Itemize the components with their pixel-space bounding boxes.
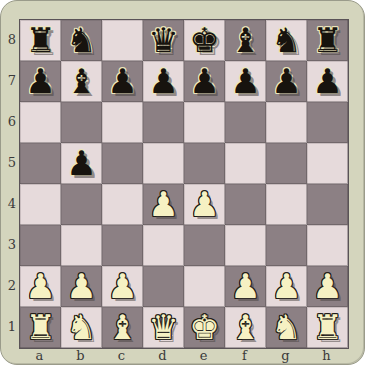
piece-white-king: ♚ <box>189 307 219 348</box>
piece-black-king: ♚ <box>189 20 219 61</box>
square-f8[interactable]: ♝ <box>225 20 266 61</box>
square-b7[interactable]: ♝ <box>61 61 102 102</box>
square-f3[interactable] <box>225 225 266 266</box>
rank-label: 6 <box>1 101 19 142</box>
square-g6[interactable] <box>266 102 307 143</box>
piece-white-queen: ♛ <box>148 307 178 348</box>
piece-white-knight: ♞ <box>271 307 301 348</box>
square-e2[interactable] <box>184 266 225 307</box>
piece-black-rook: ♜ <box>25 20 55 61</box>
square-e5[interactable] <box>184 143 225 184</box>
square-c4[interactable] <box>102 184 143 225</box>
square-h4[interactable] <box>307 184 348 225</box>
chess-board[interactable]: ♜♞♛♚♝♞♜♟♝♟♟♟♟♟♟♟♟♟♟♟♟♟♟♟♜♞♝♛♚♝♞♜ <box>19 19 349 349</box>
square-b3[interactable] <box>61 225 102 266</box>
square-f7[interactable]: ♟ <box>225 61 266 102</box>
square-d3[interactable] <box>143 225 184 266</box>
square-d8[interactable]: ♛ <box>143 20 184 61</box>
file-label: a <box>19 348 60 363</box>
square-c3[interactable] <box>102 225 143 266</box>
square-a7[interactable]: ♟ <box>20 61 61 102</box>
piece-white-bishop: ♝ <box>107 307 137 348</box>
piece-white-pawn: ♟ <box>66 266 96 307</box>
rank-label: 2 <box>1 265 19 306</box>
file-label: h <box>306 348 347 363</box>
rank-label: 8 <box>1 19 19 60</box>
piece-black-pawn: ♟ <box>189 61 219 102</box>
square-f4[interactable] <box>225 184 266 225</box>
square-g3[interactable] <box>266 225 307 266</box>
square-a8[interactable]: ♜ <box>20 20 61 61</box>
square-e8[interactable]: ♚ <box>184 20 225 61</box>
piece-white-pawn: ♟ <box>148 184 178 225</box>
square-a3[interactable] <box>20 225 61 266</box>
square-b8[interactable]: ♞ <box>61 20 102 61</box>
square-d4[interactable]: ♟ <box>143 184 184 225</box>
file-label: e <box>183 348 224 363</box>
file-label: g <box>265 348 306 363</box>
rank-label: 3 <box>1 224 19 265</box>
piece-black-pawn: ♟ <box>230 61 260 102</box>
rank-label: 1 <box>1 306 19 347</box>
square-a5[interactable] <box>20 143 61 184</box>
piece-white-pawn: ♟ <box>189 184 219 225</box>
square-e3[interactable] <box>184 225 225 266</box>
rank-labels: 87654321 <box>1 19 19 347</box>
square-d5[interactable] <box>143 143 184 184</box>
square-f6[interactable] <box>225 102 266 143</box>
square-b4[interactable] <box>61 184 102 225</box>
square-f1[interactable]: ♝ <box>225 307 266 348</box>
file-labels: abcdefgh <box>19 348 347 363</box>
square-h5[interactable] <box>307 143 348 184</box>
square-c8[interactable] <box>102 20 143 61</box>
piece-black-pawn: ♟ <box>107 61 137 102</box>
square-e7[interactable]: ♟ <box>184 61 225 102</box>
piece-white-rook: ♜ <box>312 307 342 348</box>
square-c5[interactable] <box>102 143 143 184</box>
square-d1[interactable]: ♛ <box>143 307 184 348</box>
piece-black-knight: ♞ <box>66 20 96 61</box>
square-g2[interactable]: ♟ <box>266 266 307 307</box>
piece-black-bishop: ♝ <box>230 20 260 61</box>
piece-white-pawn: ♟ <box>271 266 301 307</box>
file-label: c <box>101 348 142 363</box>
square-a2[interactable]: ♟ <box>20 266 61 307</box>
square-h3[interactable] <box>307 225 348 266</box>
rank-label: 4 <box>1 183 19 224</box>
piece-black-pawn: ♟ <box>66 143 96 184</box>
square-g1[interactable]: ♞ <box>266 307 307 348</box>
square-e6[interactable] <box>184 102 225 143</box>
piece-white-bishop: ♝ <box>230 307 260 348</box>
square-b5[interactable]: ♟ <box>61 143 102 184</box>
piece-black-bishop: ♝ <box>66 61 96 102</box>
piece-white-pawn: ♟ <box>107 266 137 307</box>
piece-black-pawn: ♟ <box>271 61 301 102</box>
piece-white-pawn: ♟ <box>230 266 260 307</box>
piece-white-pawn: ♟ <box>25 266 55 307</box>
piece-black-pawn: ♟ <box>312 61 342 102</box>
square-e1[interactable]: ♚ <box>184 307 225 348</box>
rank-label: 7 <box>1 60 19 101</box>
square-h6[interactable] <box>307 102 348 143</box>
file-label: b <box>60 348 101 363</box>
square-b6[interactable] <box>61 102 102 143</box>
square-b1[interactable]: ♞ <box>61 307 102 348</box>
square-a6[interactable] <box>20 102 61 143</box>
square-d6[interactable] <box>143 102 184 143</box>
file-label: d <box>142 348 183 363</box>
square-c2[interactable]: ♟ <box>102 266 143 307</box>
file-label: f <box>224 348 265 363</box>
board-frame: 87654321 abcdefgh ♜♞♛♚♝♞♜♟♝♟♟♟♟♟♟♟♟♟♟♟♟♟… <box>0 0 365 365</box>
square-b2[interactable]: ♟ <box>61 266 102 307</box>
square-g8[interactable]: ♞ <box>266 20 307 61</box>
piece-black-pawn: ♟ <box>25 61 55 102</box>
square-f5[interactable] <box>225 143 266 184</box>
rank-label: 5 <box>1 142 19 183</box>
piece-white-knight: ♞ <box>66 307 96 348</box>
piece-white-pawn: ♟ <box>312 266 342 307</box>
square-h1[interactable]: ♜ <box>307 307 348 348</box>
square-h2[interactable]: ♟ <box>307 266 348 307</box>
piece-black-rook: ♜ <box>312 20 342 61</box>
square-g4[interactable] <box>266 184 307 225</box>
square-c6[interactable] <box>102 102 143 143</box>
square-d2[interactable] <box>143 266 184 307</box>
square-a1[interactable]: ♜ <box>20 307 61 348</box>
piece-black-knight: ♞ <box>271 20 301 61</box>
square-h8[interactable]: ♜ <box>307 20 348 61</box>
piece-black-pawn: ♟ <box>148 61 178 102</box>
piece-black-queen: ♛ <box>148 20 178 61</box>
square-h7[interactable]: ♟ <box>307 61 348 102</box>
square-d7[interactable]: ♟ <box>143 61 184 102</box>
square-e4[interactable]: ♟ <box>184 184 225 225</box>
square-g5[interactable] <box>266 143 307 184</box>
square-c7[interactable]: ♟ <box>102 61 143 102</box>
piece-white-rook: ♜ <box>25 307 55 348</box>
square-a4[interactable] <box>20 184 61 225</box>
square-c1[interactable]: ♝ <box>102 307 143 348</box>
square-f2[interactable]: ♟ <box>225 266 266 307</box>
square-g7[interactable]: ♟ <box>266 61 307 102</box>
